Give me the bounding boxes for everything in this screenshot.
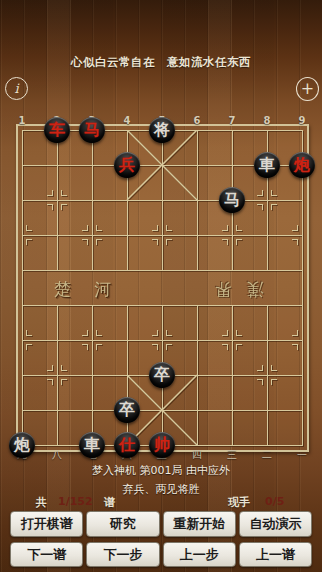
restart-button[interactable]: 重新开始	[163, 511, 236, 537]
next-book-button[interactable]: 下一谱	[10, 542, 83, 567]
file-label-top: 4	[124, 116, 131, 126]
status-row: 共 1/152 谱 现手 0/5	[0, 495, 322, 508]
piece-red-advisor[interactable]: 仕	[114, 432, 140, 458]
status-current-label: 现手	[228, 495, 250, 510]
piece-red-chariot[interactable]: 车	[44, 117, 70, 143]
piece-red-pawn[interactable]: 兵	[114, 152, 140, 178]
info-icon[interactable]: i	[5, 77, 28, 100]
file-label-bottom: 三	[227, 450, 237, 460]
file-label-bottom: 一	[297, 450, 307, 460]
prev-move-button[interactable]: 上一步	[163, 542, 236, 567]
status-total-value: 1/152	[58, 495, 93, 510]
add-icon[interactable]: +	[296, 77, 319, 101]
add-icon-glyph: +	[301, 79, 314, 98]
piece-black-cannon[interactable]: 炮	[9, 432, 35, 458]
button-row-1: 打开棋谱研究重新开始自动演示	[10, 511, 312, 537]
piece-black-pawn[interactable]: 卒	[114, 397, 140, 423]
file-label-bottom: 二	[262, 450, 272, 460]
file-label-top: 7	[229, 116, 236, 126]
status-total: 共 1/152 谱	[36, 495, 115, 510]
file-label-top: 9	[299, 116, 306, 126]
next-move-button[interactable]: 下一步	[86, 542, 159, 567]
file-label-top: 8	[264, 116, 271, 126]
pieces-layer: 车马将兵車炮马卒卒炮車仕帅	[22, 130, 303, 446]
button-row-2: 下一谱下一步上一步上一谱	[10, 542, 312, 567]
info-icon-glyph: i	[14, 81, 18, 96]
file-label-top: 6	[194, 116, 201, 126]
app-screen: 心似白云常自在 意如流水任东西 i + 123456789 楚河 漢界 九八七六…	[0, 0, 322, 572]
piece-black-pawn[interactable]: 卒	[149, 362, 175, 388]
piece-black-chariot[interactable]: 車	[254, 152, 280, 178]
status-unit-label: 谱	[104, 495, 115, 510]
file-label-bottom: 八	[52, 450, 62, 460]
poem-title: 心似白云常自在 意如流水任东西	[0, 55, 322, 70]
book-title: 梦入神机 第001局 由中应外	[0, 463, 322, 478]
file-label-top: 1	[19, 116, 26, 126]
piece-black-chariot[interactable]: 車	[79, 432, 105, 458]
piece-red-general[interactable]: 帅	[149, 432, 175, 458]
research-button[interactable]: 研究	[86, 511, 159, 537]
piece-red-horse[interactable]: 马	[79, 117, 105, 143]
status-total-label: 共	[36, 495, 47, 510]
open-book-button[interactable]: 打开棋谱	[10, 511, 83, 537]
piece-black-horse[interactable]: 马	[219, 187, 245, 213]
prev-book-button[interactable]: 上一谱	[239, 542, 312, 567]
status-current-value: 0/5	[265, 495, 284, 510]
piece-red-cannon[interactable]: 炮	[289, 152, 315, 178]
piece-black-general[interactable]: 将	[149, 117, 175, 143]
file-label-bottom: 四	[192, 450, 202, 460]
auto-demo-button[interactable]: 自动演示	[239, 511, 312, 537]
status-current: 现手 0/5	[228, 495, 284, 510]
